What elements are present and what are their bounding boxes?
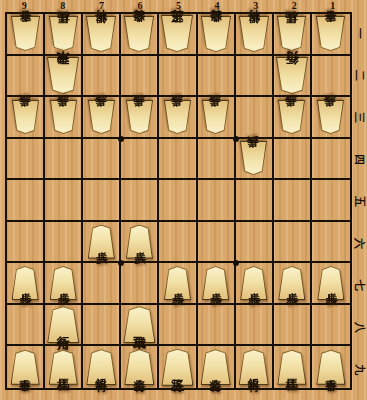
koma-sente-gold[interactable]: 金将: [124, 349, 154, 385]
square-74[interactable]: [83, 139, 121, 181]
file-labels: 987654321: [5, 0, 352, 12]
koma-face: [203, 267, 228, 299]
koma-face: [241, 267, 266, 299]
square-39[interactable]: 銀将: [236, 346, 274, 388]
square-59[interactable]: 玉将: [159, 346, 197, 388]
rank-label-text: 三: [352, 112, 367, 123]
square-15[interactable]: [312, 180, 350, 222]
square-14[interactable]: [312, 139, 350, 181]
file-label: 6: [121, 0, 160, 12]
file-label: 1: [314, 0, 353, 12]
square-91[interactable]: 香車: [7, 14, 45, 56]
koma-gote-pawn[interactable]: 歩兵: [88, 100, 115, 134]
rank-label: 二: [352, 54, 367, 96]
koma-body: [277, 16, 306, 51]
koma-body: [12, 266, 39, 300]
square-88[interactable]: 角行: [45, 305, 83, 347]
koma-body: [12, 100, 39, 134]
koma-sente-pawn[interactable]: 歩兵: [317, 266, 344, 300]
square-72[interactable]: [83, 56, 121, 98]
koma-gote-pawn[interactable]: 歩兵: [126, 100, 153, 134]
koma-body: [88, 100, 115, 134]
rank-label: 九: [352, 348, 367, 390]
rank-label: 八: [352, 306, 367, 348]
koma-body: [240, 266, 267, 300]
koma-gote-pawn[interactable]: 歩兵: [202, 100, 229, 134]
koma-gote-silver[interactable]: 銀将: [86, 16, 116, 52]
square-36[interactable]: [236, 222, 274, 264]
koma-body: [161, 349, 193, 386]
koma-sente-lance[interactable]: 香車: [11, 350, 40, 385]
square-98[interactable]: [7, 305, 45, 347]
koma-face: [13, 101, 38, 133]
square-52[interactable]: [159, 56, 197, 98]
koma-face: [127, 101, 152, 133]
square-26[interactable]: [274, 222, 312, 264]
square-71[interactable]: 銀将: [83, 14, 121, 56]
square-34[interactable]: 歩兵: [236, 139, 274, 181]
koma-body: [239, 16, 269, 52]
koma-face: [51, 267, 76, 299]
square-17[interactable]: 歩兵: [312, 263, 350, 305]
koma-gote-bishop[interactable]: 角行: [276, 57, 308, 94]
star-point: [118, 136, 124, 142]
koma-sente-pawn[interactable]: 歩兵: [164, 266, 191, 300]
koma-face: [50, 351, 77, 384]
koma-face: [203, 101, 228, 133]
koma-body: [201, 16, 231, 52]
koma-gote-silver[interactable]: 銀将: [239, 16, 269, 52]
koma-gote-lance[interactable]: 香車: [11, 16, 40, 51]
square-43[interactable]: 歩兵: [198, 97, 236, 139]
square-56[interactable]: [159, 222, 197, 264]
koma-body: [276, 57, 308, 94]
square-78[interactable]: [83, 305, 121, 347]
koma-body: [201, 349, 231, 385]
koma-face: [202, 17, 230, 51]
koma-body: [126, 225, 153, 259]
square-35[interactable]: [236, 180, 274, 222]
koma-gote-pawn[interactable]: 歩兵: [12, 100, 39, 134]
file-label: 9: [5, 0, 44, 12]
koma-body: [316, 16, 345, 51]
rank-label: 六: [352, 222, 367, 264]
koma-face: [87, 350, 115, 384]
square-22[interactable]: 角行: [274, 56, 312, 98]
koma-body: [86, 16, 116, 52]
koma-face: [165, 101, 190, 133]
square-55[interactable]: [159, 180, 197, 222]
koma-body: [240, 141, 267, 175]
square-61[interactable]: 金将: [121, 14, 159, 56]
koma-body: [49, 16, 78, 51]
koma-face: [241, 142, 266, 174]
koma-body: [277, 350, 306, 385]
square-32[interactable]: [236, 56, 274, 98]
shogi-app: 987654321 一二三四五六七八九 香車桂馬銀将金将王将金将銀将桂馬香車飛車…: [0, 0, 367, 400]
square-99[interactable]: 香車: [7, 346, 45, 388]
square-68[interactable]: 飛車: [121, 305, 159, 347]
koma-sente-silver[interactable]: 銀将: [239, 349, 269, 385]
koma-face: [317, 17, 344, 50]
koma-face: [240, 17, 268, 51]
square-54[interactable]: [159, 139, 197, 181]
koma-face: [165, 267, 190, 299]
koma-gote-pawn[interactable]: 歩兵: [240, 141, 267, 175]
koma-gote-pawn[interactable]: 歩兵: [278, 100, 305, 134]
star-point: [118, 260, 124, 266]
rank-label-text: 二: [352, 70, 367, 81]
koma-body: [317, 100, 344, 134]
square-86[interactable]: [45, 222, 83, 264]
square-95[interactable]: [7, 180, 45, 222]
square-28[interactable]: [274, 305, 312, 347]
square-27[interactable]: 歩兵: [274, 263, 312, 305]
koma-face: [89, 101, 114, 133]
square-24[interactable]: [274, 139, 312, 181]
koma-sente-gold[interactable]: 金将: [201, 349, 231, 385]
koma-body: [278, 266, 305, 300]
koma-body: [278, 100, 305, 134]
koma-face: [124, 307, 154, 342]
koma-face: [12, 351, 39, 384]
rank-label: 七: [352, 264, 367, 306]
koma-gote-knight[interactable]: 桂馬: [49, 16, 78, 51]
square-45[interactable]: [198, 180, 236, 222]
square-33[interactable]: [236, 97, 274, 139]
koma-face: [279, 267, 304, 299]
koma-body: [161, 15, 193, 52]
koma-face: [89, 226, 114, 258]
square-47[interactable]: 歩兵: [198, 263, 236, 305]
square-67[interactable]: [121, 263, 159, 305]
square-84[interactable]: [45, 139, 83, 181]
koma-gote-pawn[interactable]: 歩兵: [317, 100, 344, 134]
square-66[interactable]: 歩兵: [121, 222, 159, 264]
rank-label: 四: [352, 138, 367, 180]
koma-face: [162, 350, 192, 385]
square-73[interactable]: 歩兵: [83, 97, 121, 139]
koma-gote-pawn[interactable]: 歩兵: [50, 100, 77, 134]
square-16[interactable]: [312, 222, 350, 264]
koma-body: [47, 57, 79, 94]
square-64[interactable]: [121, 139, 159, 181]
koma-body: [11, 350, 40, 385]
square-83[interactable]: 歩兵: [45, 97, 83, 139]
koma-face: [278, 351, 305, 384]
koma-sente-bishop[interactable]: 角行: [47, 306, 79, 343]
square-18[interactable]: [312, 305, 350, 347]
square-38[interactable]: [236, 305, 274, 347]
star-point: [233, 136, 239, 142]
file-label: 5: [159, 0, 198, 12]
koma-body: [202, 266, 229, 300]
koma-body: [126, 100, 153, 134]
koma-gote-gold[interactable]: 金将: [124, 16, 154, 52]
koma-body: [88, 225, 115, 259]
koma-body: [202, 100, 229, 134]
koma-face: [277, 58, 307, 93]
square-85[interactable]: [45, 180, 83, 222]
square-53[interactable]: 歩兵: [159, 97, 197, 139]
square-42[interactable]: [198, 56, 236, 98]
square-31[interactable]: 銀将: [236, 14, 274, 56]
koma-body: [47, 306, 79, 343]
koma-face: [278, 17, 305, 50]
koma-face: [87, 17, 115, 51]
koma-gote-rook[interactable]: 飛車: [47, 57, 79, 94]
rank-label-text: 五: [352, 196, 367, 207]
square-13[interactable]: 歩兵: [312, 97, 350, 139]
koma-body: [123, 306, 155, 343]
koma-face: [125, 350, 153, 384]
koma-body: [124, 16, 154, 52]
koma-gote-pawn[interactable]: 歩兵: [164, 100, 191, 134]
square-93[interactable]: 歩兵: [7, 97, 45, 139]
rank-label-text: 七: [352, 280, 367, 291]
koma-body: [50, 266, 77, 300]
koma-sente-pawn[interactable]: 歩兵: [50, 266, 77, 300]
square-19[interactable]: 香車: [312, 346, 350, 388]
koma-face: [318, 101, 343, 133]
koma-body: [49, 350, 78, 385]
koma-face: [48, 58, 78, 93]
square-46[interactable]: [198, 222, 236, 264]
koma-face: [13, 267, 38, 299]
koma-face: [162, 16, 192, 51]
square-94[interactable]: [7, 139, 45, 181]
koma-body: [11, 16, 40, 51]
square-82[interactable]: 飛車: [45, 56, 83, 98]
file-label: 4: [198, 0, 237, 12]
square-76[interactable]: 歩兵: [83, 222, 121, 264]
rank-label-text: 八: [352, 322, 367, 333]
square-58[interactable]: [159, 305, 197, 347]
square-44[interactable]: [198, 139, 236, 181]
square-75[interactable]: [83, 180, 121, 222]
koma-face: [318, 267, 343, 299]
rank-label: 五: [352, 180, 367, 222]
rank-label-text: 一: [352, 28, 367, 39]
koma-sente-pawn[interactable]: 歩兵: [202, 266, 229, 300]
square-41[interactable]: 金将: [198, 14, 236, 56]
koma-sente-rook[interactable]: 飛車: [123, 306, 155, 343]
square-51[interactable]: 王将: [159, 14, 197, 56]
square-63[interactable]: 歩兵: [121, 97, 159, 139]
koma-face: [51, 101, 76, 133]
square-48[interactable]: [198, 305, 236, 347]
star-point: [233, 260, 239, 266]
koma-body: [317, 266, 344, 300]
koma-sente-king[interactable]: 玉将: [161, 349, 193, 386]
rank-label: 三: [352, 96, 367, 138]
koma-sente-lance[interactable]: 香車: [316, 350, 345, 385]
koma-body: [316, 350, 345, 385]
koma-sente-pawn[interactable]: 歩兵: [12, 266, 39, 300]
koma-gote-knight[interactable]: 桂馬: [277, 16, 306, 51]
koma-body: [50, 100, 77, 134]
file-label: 3: [236, 0, 275, 12]
square-69[interactable]: 金将: [121, 346, 159, 388]
koma-body: [86, 349, 116, 385]
koma-face: [48, 307, 78, 342]
square-92[interactable]: [7, 56, 45, 98]
koma-gote-lance[interactable]: 香車: [316, 16, 345, 51]
koma-body: [239, 349, 269, 385]
koma-face: [125, 17, 153, 51]
square-89[interactable]: 桂馬: [45, 346, 83, 388]
square-49[interactable]: 金将: [198, 346, 236, 388]
square-97[interactable]: 歩兵: [7, 263, 45, 305]
square-11[interactable]: 香車: [312, 14, 350, 56]
koma-gote-gold[interactable]: 金将: [201, 16, 231, 52]
rank-label-text: 六: [352, 238, 367, 249]
koma-face: [202, 350, 230, 384]
square-81[interactable]: 桂馬: [45, 14, 83, 56]
square-37[interactable]: 歩兵: [236, 263, 274, 305]
koma-face: [12, 17, 39, 50]
koma-face: [240, 350, 268, 384]
koma-sente-pawn[interactable]: 歩兵: [88, 225, 115, 259]
square-87[interactable]: 歩兵: [45, 263, 83, 305]
koma-sente-pawn[interactable]: 歩兵: [240, 266, 267, 300]
file-label: 8: [44, 0, 83, 12]
square-29[interactable]: 桂馬: [274, 346, 312, 388]
square-65[interactable]: [121, 180, 159, 222]
shogi-board: 香車桂馬銀将金将王将金将銀将桂馬香車飛車角行歩兵歩兵歩兵歩兵歩兵歩兵歩兵歩兵歩兵…: [5, 12, 352, 390]
koma-body: [164, 100, 191, 134]
square-25[interactable]: [274, 180, 312, 222]
koma-sente-knight[interactable]: 桂馬: [49, 350, 78, 385]
koma-sente-silver[interactable]: 銀将: [86, 349, 116, 385]
koma-face: [127, 226, 152, 258]
square-21[interactable]: 桂馬: [274, 14, 312, 56]
koma-face: [50, 17, 77, 50]
rank-labels: 一二三四五六七八九: [352, 12, 367, 390]
square-12[interactable]: [312, 56, 350, 98]
koma-sente-pawn[interactable]: 歩兵: [126, 225, 153, 259]
square-23[interactable]: 歩兵: [274, 97, 312, 139]
koma-body: [164, 266, 191, 300]
koma-face: [317, 351, 344, 384]
square-79[interactable]: 銀将: [83, 346, 121, 388]
file-label: 7: [82, 0, 121, 12]
square-57[interactable]: 歩兵: [159, 263, 197, 305]
koma-face: [279, 101, 304, 133]
koma-sente-knight[interactable]: 桂馬: [277, 350, 306, 385]
rank-label-text: 九: [352, 364, 367, 375]
rank-label-text: 四: [352, 154, 367, 165]
koma-body: [124, 349, 154, 385]
file-label: 2: [275, 0, 314, 12]
square-62[interactable]: [121, 56, 159, 98]
square-77[interactable]: [83, 263, 121, 305]
koma-gote-king[interactable]: 王将: [161, 15, 193, 52]
koma-sente-pawn[interactable]: 歩兵: [278, 266, 305, 300]
square-96[interactable]: [7, 222, 45, 264]
rank-label: 一: [352, 12, 367, 54]
